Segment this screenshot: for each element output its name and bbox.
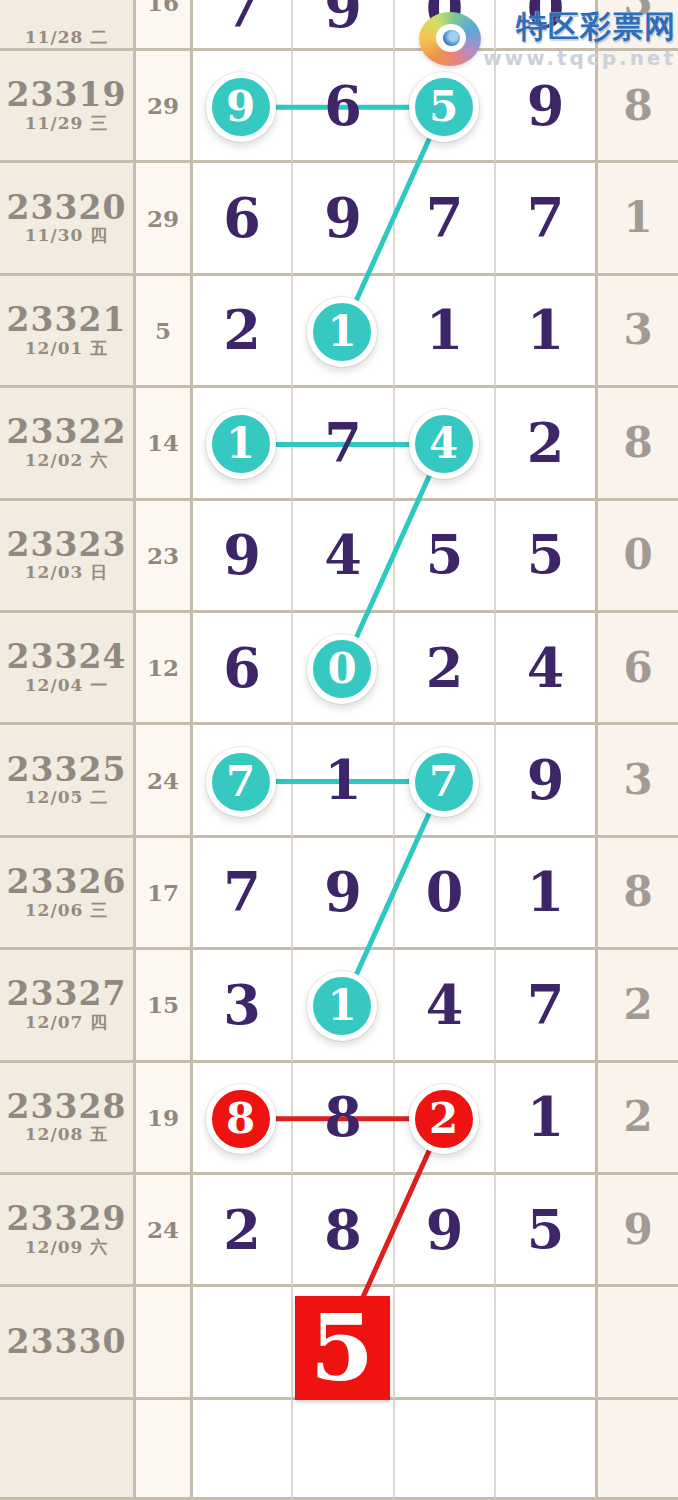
digit-value: 7 (223, 865, 261, 919)
draw-date: 12/06 三 (25, 900, 108, 920)
period-cell: 2332312/03 日 (0, 501, 133, 613)
period-number: 23324 (7, 640, 127, 675)
sum-cell: 15 (133, 950, 190, 1062)
digit-cell: 6 (190, 163, 291, 275)
extra-digit: 0 (623, 534, 652, 576)
draw-date: 11/29 三 (25, 113, 108, 133)
digit-value: 7 (527, 191, 565, 245)
digit-value: 1 (527, 865, 565, 919)
digit-cell (393, 1063, 494, 1175)
site-logo: 特区彩票网 www.tqcp.net (419, 6, 676, 70)
digit-cell: 1 (494, 1063, 595, 1175)
digit-value: 4 (426, 978, 464, 1032)
draw-date: 11/28 二 (25, 27, 108, 47)
digit-value: 7 (324, 416, 362, 470)
sum-cell: 24 (133, 1175, 190, 1287)
period-number: 23330 (7, 1325, 127, 1360)
digit-cell (291, 1400, 393, 1500)
sum-cell: 23 (133, 501, 190, 613)
digit-cell (393, 1400, 494, 1500)
period-number: 23327 (7, 977, 127, 1012)
digit-value: 1 (324, 753, 362, 807)
period-number: 23328 (7, 1090, 127, 1125)
period-cell: 2331911/29 三 (0, 51, 133, 163)
period-cell: 2332912/09 六 (0, 1175, 133, 1287)
sum-cell: 5 (133, 276, 190, 388)
period-number: 23322 (7, 415, 127, 450)
digit-value: 9 (426, 1203, 464, 1257)
digit-value: 6 (324, 79, 362, 133)
digit-cell (190, 388, 291, 500)
digit-cell: 7 (190, 838, 291, 950)
site-name: 特区彩票网 (516, 6, 676, 48)
digit-cell: 5 (494, 1175, 595, 1287)
site-url: www.tqcp.net (483, 46, 676, 70)
extra-cell: 9 (595, 1175, 678, 1287)
digit-cell: 9 (393, 1175, 494, 1287)
digit-cell: 2 (190, 1175, 291, 1287)
sum-value: 16 (147, 0, 179, 16)
period-cell: 2332112/01 五 (0, 276, 133, 388)
sum-value: 24 (147, 1216, 179, 1243)
digit-cell: 7 (494, 163, 595, 275)
digit-value: 2 (426, 641, 464, 695)
period-cell: 23330 (0, 1287, 133, 1399)
digit-cell (494, 1287, 595, 1399)
extra-cell (595, 1287, 678, 1399)
digit-cell: 8 (291, 1063, 393, 1175)
digit-value: 9 (527, 79, 565, 133)
digit-cell: 6 (190, 613, 291, 725)
extra-cell: 3 (595, 725, 678, 837)
period-number: 23319 (7, 78, 127, 113)
extra-digit: 1 (623, 197, 652, 239)
digit-cell: 9 (291, 163, 393, 275)
digit-cell: 3 (190, 950, 291, 1062)
digit-cell: 9 (190, 501, 291, 613)
digit-value: 1 (527, 1090, 565, 1144)
sum-value: 5 (155, 317, 171, 344)
digit-cell: 9 (494, 725, 595, 837)
digit-value: 8 (324, 1090, 362, 1144)
digit-cell: 8 (291, 1175, 393, 1287)
draw-date: 12/09 六 (25, 1237, 108, 1257)
digit-value: 7 (527, 978, 565, 1032)
extra-digit: 6 (623, 647, 652, 689)
digit-cell: 1 (494, 838, 595, 950)
digit-cell: 4 (393, 950, 494, 1062)
extra-digit: 2 (623, 984, 652, 1026)
digit-cell: 1 (291, 725, 393, 837)
period-cell: 2332212/02 六 (0, 388, 133, 500)
sum-cell: 14 (133, 388, 190, 500)
digit-value: 4 (324, 528, 362, 582)
extra-digit: 3 (623, 759, 652, 801)
sum-cell: 16 (133, 0, 190, 51)
extra-cell (595, 1400, 678, 1500)
digit-cell (190, 725, 291, 837)
digit-cell: 2 (494, 388, 595, 500)
digit-cell (190, 1287, 291, 1399)
period-number: 23321 (7, 303, 127, 338)
digit-cell: 7 (393, 163, 494, 275)
period-number: 23323 (7, 528, 127, 563)
digit-cell: 5 (393, 501, 494, 613)
digit-cell: 4 (494, 613, 595, 725)
digit-value: 5 (527, 1203, 565, 1257)
trend-grid: 11/28 二16790032331911/29 三296982332011/3… (0, 0, 678, 1500)
digit-cell (291, 1287, 393, 1399)
period-number: 23325 (7, 753, 127, 788)
extra-cell: 3 (595, 276, 678, 388)
extra-cell: 0 (595, 501, 678, 613)
digit-cell: 2 (393, 613, 494, 725)
sum-cell: 24 (133, 725, 190, 837)
digit-value: 2 (223, 303, 261, 357)
period-cell: 2332712/07 四 (0, 950, 133, 1062)
sum-value: 12 (147, 654, 179, 681)
draw-date: 12/02 六 (25, 450, 108, 470)
digit-value: 2 (223, 1203, 261, 1257)
digit-value: 9 (527, 753, 565, 807)
extra-cell: 8 (595, 838, 678, 950)
digit-cell: 1 (393, 276, 494, 388)
extra-digit: 3 (623, 309, 652, 351)
sum-value: 29 (147, 92, 179, 119)
digit-cell: 9 (291, 838, 393, 950)
draw-date: 12/05 二 (25, 787, 108, 807)
digit-cell (393, 388, 494, 500)
period-cell (0, 1400, 133, 1500)
sum-value: 15 (147, 991, 179, 1018)
digit-cell (393, 1287, 494, 1399)
digit-cell (291, 613, 393, 725)
extra-digit: 8 (623, 871, 652, 913)
extra-cell: 2 (595, 1063, 678, 1175)
draw-date: 12/07 四 (25, 1012, 108, 1032)
digit-value: 9 (324, 0, 362, 35)
sum-value: 29 (147, 205, 179, 232)
draw-date: 12/08 五 (25, 1124, 108, 1144)
digit-value: 4 (527, 641, 565, 695)
extra-digit: 8 (623, 85, 652, 127)
digit-value: 5 (426, 528, 464, 582)
digit-value: 8 (324, 1203, 362, 1257)
sum-cell (133, 1287, 190, 1399)
extra-cell: 2 (595, 950, 678, 1062)
draw-date: 12/04 一 (25, 675, 108, 695)
sum-cell: 29 (133, 51, 190, 163)
digit-cell (190, 1400, 291, 1500)
digit-cell: 9 (291, 0, 393, 51)
sum-value: 14 (147, 429, 179, 456)
digit-cell: 5 (494, 501, 595, 613)
sum-value: 19 (147, 1104, 179, 1131)
digit-cell (190, 1063, 291, 1175)
period-cell: 2332512/05 二 (0, 725, 133, 837)
sum-value: 17 (147, 879, 179, 906)
digit-cell: 2 (190, 276, 291, 388)
period-cell: 2332612/06 三 (0, 838, 133, 950)
digit-value: 5 (527, 528, 565, 582)
period-number: 23329 (7, 1202, 127, 1237)
digit-value: 6 (223, 191, 261, 245)
draw-date: 12/01 五 (25, 338, 108, 358)
digit-cell (393, 725, 494, 837)
digit-value: 9 (223, 528, 261, 582)
digit-cell: 7 (494, 950, 595, 1062)
digit-value: 2 (527, 416, 565, 470)
sum-value: 23 (147, 542, 179, 569)
draw-date: 12/03 日 (25, 562, 108, 582)
extra-digit: 2 (623, 1096, 652, 1138)
extra-digit: 9 (623, 1209, 652, 1251)
digit-value: 9 (324, 865, 362, 919)
digit-value: 6 (223, 641, 261, 695)
digit-value: 7 (223, 0, 261, 35)
digit-cell: 7 (291, 388, 393, 500)
digit-cell (190, 51, 291, 163)
digit-cell (291, 276, 393, 388)
period-cell: 2332412/04 一 (0, 613, 133, 725)
digit-cell: 1 (494, 276, 595, 388)
digit-value: 3 (223, 978, 261, 1032)
digit-cell: 7 (190, 0, 291, 51)
extra-cell: 8 (595, 388, 678, 500)
digit-cell: 0 (393, 838, 494, 950)
digit-value: 9 (324, 191, 362, 245)
extra-digit: 8 (623, 422, 652, 464)
sum-cell (133, 1400, 190, 1500)
sum-cell: 19 (133, 1063, 190, 1175)
period-cell: 2332812/08 五 (0, 1063, 133, 1175)
period-cell: 2332011/30 四 (0, 163, 133, 275)
digit-cell: 6 (291, 51, 393, 163)
digit-value: 7 (426, 191, 464, 245)
period-number: 23320 (7, 191, 127, 226)
sum-cell: 17 (133, 838, 190, 950)
swirl-icon (419, 12, 481, 66)
sum-value: 24 (147, 767, 179, 794)
sum-cell: 29 (133, 163, 190, 275)
sum-cell: 12 (133, 613, 190, 725)
digit-cell (494, 1400, 595, 1500)
extra-cell: 1 (595, 163, 678, 275)
lottery-trend-chart: 11/28 二16790032331911/29 三296982332011/3… (0, 0, 678, 1500)
period-number: 23326 (7, 865, 127, 900)
digit-value: 1 (426, 303, 464, 357)
draw-date: 11/30 四 (25, 225, 108, 245)
extra-cell: 6 (595, 613, 678, 725)
digit-value: 1 (527, 303, 565, 357)
digit-cell (291, 950, 393, 1062)
digit-cell: 4 (291, 501, 393, 613)
period-cell: 11/28 二 (0, 0, 133, 51)
digit-value: 0 (426, 865, 464, 919)
